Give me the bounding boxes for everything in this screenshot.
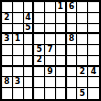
cell-r7c9[interactable]: 4 — [88, 67, 99, 78]
cell-r9c6[interactable] — [56, 88, 67, 99]
cell-r7c4[interactable] — [34, 67, 45, 78]
cell-r1c9[interactable] — [88, 2, 99, 13]
given-digit: 3 — [15, 78, 21, 86]
cell-r6c4[interactable]: 2 — [34, 56, 45, 67]
cell-r5c1[interactable] — [2, 45, 13, 56]
cell-r6c6[interactable] — [56, 56, 67, 67]
cell-r4c8[interactable] — [77, 34, 88, 45]
cell-r3c7[interactable] — [67, 24, 78, 35]
given-digit: 4 — [91, 68, 97, 76]
cell-r3c3[interactable]: 5 — [24, 24, 35, 35]
cell-r6c5[interactable] — [45, 56, 56, 67]
cell-r9c8[interactable]: 5 — [77, 88, 88, 99]
cell-r9c7[interactable] — [67, 88, 78, 99]
given-digit: 8 — [69, 35, 75, 43]
cell-r6c1[interactable] — [2, 56, 13, 67]
cell-r9c5[interactable] — [45, 88, 56, 99]
cell-r8c7[interactable] — [67, 77, 78, 88]
cell-r3c1[interactable] — [2, 24, 13, 35]
cell-r2c7[interactable] — [67, 13, 78, 24]
cell-r6c3[interactable] — [24, 56, 35, 67]
sudoku-board: 16245318572924835 — [0, 0, 101, 101]
given-digit: 5 — [80, 90, 86, 98]
cell-r6c7[interactable] — [67, 56, 78, 67]
given-digit: 5 — [36, 46, 42, 54]
given-digit: 1 — [15, 35, 21, 43]
cell-r2c4[interactable] — [34, 13, 45, 24]
given-digit: 8 — [4, 78, 10, 86]
cell-r8c2[interactable]: 3 — [13, 77, 24, 88]
given-digit: 5 — [25, 24, 31, 32]
cell-r9c4[interactable] — [34, 88, 45, 99]
cell-r8c8[interactable] — [77, 77, 88, 88]
cell-r2c2[interactable] — [13, 13, 24, 24]
cell-r3c2[interactable] — [13, 24, 24, 35]
cell-r5c6[interactable] — [56, 45, 67, 56]
cell-r4c6[interactable] — [56, 34, 67, 45]
cell-r1c6[interactable]: 1 — [56, 2, 67, 13]
cell-r7c2[interactable] — [13, 67, 24, 78]
cell-r9c9[interactable] — [88, 88, 99, 99]
cell-r5c5[interactable]: 7 — [45, 45, 56, 56]
cell-r2c8[interactable] — [77, 13, 88, 24]
cell-r5c9[interactable] — [88, 45, 99, 56]
cell-r4c3[interactable] — [24, 34, 35, 45]
cell-r1c3[interactable] — [24, 2, 35, 13]
cell-r8c1[interactable]: 8 — [2, 77, 13, 88]
cell-r4c5[interactable] — [45, 34, 56, 45]
cell-r3c8[interactable] — [77, 24, 88, 35]
cell-r1c8[interactable] — [77, 2, 88, 13]
cell-r7c1[interactable] — [2, 67, 13, 78]
cell-r3c4[interactable] — [34, 24, 45, 35]
cell-r9c2[interactable] — [13, 88, 24, 99]
cell-r7c6[interactable] — [56, 67, 67, 78]
given-digit: 2 — [80, 68, 86, 76]
cell-r1c1[interactable] — [2, 2, 13, 13]
cell-r8c9[interactable] — [88, 77, 99, 88]
cell-r4c9[interactable] — [88, 34, 99, 45]
given-digit: 2 — [36, 56, 42, 64]
cell-r7c7[interactable] — [67, 67, 78, 78]
cell-r8c6[interactable] — [56, 77, 67, 88]
cell-r1c7[interactable]: 6 — [67, 2, 78, 13]
given-digit: 1 — [57, 3, 63, 11]
given-digit: 2 — [4, 14, 10, 22]
cell-r2c1[interactable]: 2 — [2, 13, 13, 24]
cell-r7c3[interactable] — [24, 67, 35, 78]
cell-r3c6[interactable] — [56, 24, 67, 35]
given-digit: 6 — [69, 3, 75, 11]
cell-r7c5[interactable]: 9 — [45, 67, 56, 78]
cell-r3c9[interactable] — [88, 24, 99, 35]
cell-r5c4[interactable]: 5 — [34, 45, 45, 56]
given-digit: 9 — [47, 68, 53, 76]
cell-r1c2[interactable] — [13, 2, 24, 13]
cell-r5c8[interactable] — [77, 45, 88, 56]
cell-r5c7[interactable] — [67, 45, 78, 56]
cell-r4c4[interactable] — [34, 34, 45, 45]
given-digit: 7 — [47, 46, 53, 54]
cell-r4c1[interactable]: 3 — [2, 34, 13, 45]
cell-r2c5[interactable] — [45, 13, 56, 24]
cell-r9c3[interactable] — [24, 88, 35, 99]
cell-r5c3[interactable] — [24, 45, 35, 56]
cell-r8c4[interactable] — [34, 77, 45, 88]
cell-r8c3[interactable] — [24, 77, 35, 88]
given-digit: 4 — [25, 14, 31, 22]
cell-r8c5[interactable] — [45, 77, 56, 88]
cell-r9c1[interactable] — [2, 88, 13, 99]
cell-r1c4[interactable] — [34, 2, 45, 13]
cell-r1c5[interactable] — [45, 2, 56, 13]
given-digit: 3 — [4, 35, 10, 43]
cell-r4c7[interactable]: 8 — [67, 34, 78, 45]
cell-r7c8[interactable]: 2 — [77, 67, 88, 78]
cell-r6c9[interactable] — [88, 56, 99, 67]
cell-r5c2[interactable] — [13, 45, 24, 56]
cell-r6c8[interactable] — [77, 56, 88, 67]
cell-r2c9[interactable] — [88, 13, 99, 24]
cell-r4c2[interactable]: 1 — [13, 34, 24, 45]
cell-r6c2[interactable] — [13, 56, 24, 67]
cell-r3c5[interactable] — [45, 24, 56, 35]
cell-r2c3[interactable]: 4 — [24, 13, 35, 24]
cell-r2c6[interactable] — [56, 13, 67, 24]
